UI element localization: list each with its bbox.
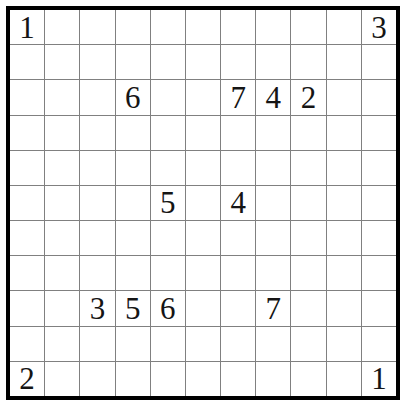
clue-cell-r3c4: 6 (116, 80, 150, 114)
clue-cell-r6c7: 4 (221, 186, 255, 220)
clue-cell-r1c1: 1 (10, 10, 44, 44)
cell-r8c4[interactable] (116, 256, 150, 290)
cell-r2c3[interactable] (80, 45, 114, 79)
cell-r1c10[interactable] (327, 10, 361, 44)
cell-r2c10[interactable] (327, 45, 361, 79)
cell-r4c10[interactable] (327, 116, 361, 150)
cell-r2c6[interactable] (186, 45, 220, 79)
cell-r10c4[interactable] (116, 327, 150, 361)
cell-r10c5[interactable] (151, 327, 185, 361)
cell-r8c2[interactable] (45, 256, 79, 290)
cell-r5c7[interactable] (221, 151, 255, 185)
cell-r7c7[interactable] (221, 221, 255, 255)
cell-r10c3[interactable] (80, 327, 114, 361)
cell-r11c7[interactable] (221, 362, 255, 396)
cell-r1c8[interactable] (256, 10, 290, 44)
cell-r5c11[interactable] (362, 151, 396, 185)
clue-cell-r3c7: 7 (221, 80, 255, 114)
cell-r1c6[interactable] (186, 10, 220, 44)
clue-cell-r11c1: 2 (10, 362, 44, 396)
cell-r8c6[interactable] (186, 256, 220, 290)
cell-r4c9[interactable] (291, 116, 325, 150)
puzzle-board: 13674254356721 (10, 10, 396, 396)
cell-r5c9[interactable] (291, 151, 325, 185)
puzzle-board-frame: 13674254356721 (6, 6, 400, 400)
cell-r1c9[interactable] (291, 10, 325, 44)
cell-r7c9[interactable] (291, 221, 325, 255)
clue-cell-r9c8: 7 (256, 291, 290, 325)
cell-r6c10[interactable] (327, 186, 361, 220)
cell-r8c9[interactable] (291, 256, 325, 290)
cell-r10c1[interactable] (10, 327, 44, 361)
cell-r7c2[interactable] (45, 221, 79, 255)
cell-r10c10[interactable] (327, 327, 361, 361)
cell-r11c4[interactable] (116, 362, 150, 396)
cell-r2c11[interactable] (362, 45, 396, 79)
cell-r8c11[interactable] (362, 256, 396, 290)
cell-r10c2[interactable] (45, 327, 79, 361)
clue-cell-r9c5: 6 (151, 291, 185, 325)
cell-r7c5[interactable] (151, 221, 185, 255)
cell-r7c10[interactable] (327, 221, 361, 255)
cell-r6c9[interactable] (291, 186, 325, 220)
cell-r2c1[interactable] (10, 45, 44, 79)
cell-r7c4[interactable] (116, 221, 150, 255)
cell-r6c8[interactable] (256, 186, 290, 220)
cell-r2c5[interactable] (151, 45, 185, 79)
cell-r5c3[interactable] (80, 151, 114, 185)
cell-r10c8[interactable] (256, 327, 290, 361)
cell-r11c9[interactable] (291, 362, 325, 396)
cell-r9c7[interactable] (221, 291, 255, 325)
cell-r7c1[interactable] (10, 221, 44, 255)
cell-r3c11[interactable] (362, 80, 396, 114)
cell-r4c1[interactable] (10, 116, 44, 150)
cell-r8c8[interactable] (256, 256, 290, 290)
cell-r4c6[interactable] (186, 116, 220, 150)
cell-r5c2[interactable] (45, 151, 79, 185)
cell-r1c4[interactable] (116, 10, 150, 44)
cell-r9c10[interactable] (327, 291, 361, 325)
cell-r2c2[interactable] (45, 45, 79, 79)
cell-r10c7[interactable] (221, 327, 255, 361)
cell-r8c5[interactable] (151, 256, 185, 290)
clue-cell-r3c9: 2 (291, 80, 325, 114)
cell-r8c10[interactable] (327, 256, 361, 290)
cell-r1c2[interactable] (45, 10, 79, 44)
cell-r5c6[interactable] (186, 151, 220, 185)
cell-r9c6[interactable] (186, 291, 220, 325)
cell-r10c11[interactable] (362, 327, 396, 361)
cell-r1c3[interactable] (80, 10, 114, 44)
cell-r11c8[interactable] (256, 362, 290, 396)
cell-r10c9[interactable] (291, 327, 325, 361)
cell-r5c4[interactable] (116, 151, 150, 185)
cell-r4c5[interactable] (151, 116, 185, 150)
cell-r4c3[interactable] (80, 116, 114, 150)
cell-r8c7[interactable] (221, 256, 255, 290)
cell-r2c9[interactable] (291, 45, 325, 79)
cell-r4c2[interactable] (45, 116, 79, 150)
cell-r7c6[interactable] (186, 221, 220, 255)
cell-r11c5[interactable] (151, 362, 185, 396)
cell-r2c4[interactable] (116, 45, 150, 79)
cell-r3c3[interactable] (80, 80, 114, 114)
cell-r1c5[interactable] (151, 10, 185, 44)
cell-r9c11[interactable] (362, 291, 396, 325)
cell-r3c10[interactable] (327, 80, 361, 114)
cell-r7c8[interactable] (256, 221, 290, 255)
cell-r10c6[interactable] (186, 327, 220, 361)
cell-r8c3[interactable] (80, 256, 114, 290)
cell-r5c10[interactable] (327, 151, 361, 185)
cell-r11c6[interactable] (186, 362, 220, 396)
cell-r6c1[interactable] (10, 186, 44, 220)
cell-r5c1[interactable] (10, 151, 44, 185)
cell-r2c7[interactable] (221, 45, 255, 79)
cell-r9c1[interactable] (10, 291, 44, 325)
cell-r7c3[interactable] (80, 221, 114, 255)
cell-r3c6[interactable] (186, 80, 220, 114)
clue-cell-r6c5: 5 (151, 186, 185, 220)
cell-r6c3[interactable] (80, 186, 114, 220)
cell-r6c2[interactable] (45, 186, 79, 220)
cell-r11c2[interactable] (45, 362, 79, 396)
cell-r4c4[interactable] (116, 116, 150, 150)
clue-cell-r9c4: 5 (116, 291, 150, 325)
cell-r4c8[interactable] (256, 116, 290, 150)
cell-r3c2[interactable] (45, 80, 79, 114)
cell-r5c8[interactable] (256, 151, 290, 185)
clue-cell-r3c8: 4 (256, 80, 290, 114)
clue-cell-r9c3: 3 (80, 291, 114, 325)
cell-r6c4[interactable] (116, 186, 150, 220)
cell-r3c1[interactable] (10, 80, 44, 114)
cell-r1c7[interactable] (221, 10, 255, 44)
cell-r6c6[interactable] (186, 186, 220, 220)
clue-cell-r1c11: 3 (362, 10, 396, 44)
cell-r9c2[interactable] (45, 291, 79, 325)
cell-r5c5[interactable] (151, 151, 185, 185)
cell-r4c11[interactable] (362, 116, 396, 150)
cell-r9c9[interactable] (291, 291, 325, 325)
clue-cell-r11c11: 1 (362, 362, 396, 396)
cell-r11c3[interactable] (80, 362, 114, 396)
cell-r8c1[interactable] (10, 256, 44, 290)
cell-r11c10[interactable] (327, 362, 361, 396)
cell-r2c8[interactable] (256, 45, 290, 79)
cell-r4c7[interactable] (221, 116, 255, 150)
cell-r6c11[interactable] (362, 186, 396, 220)
cell-r3c5[interactable] (151, 80, 185, 114)
cell-r7c11[interactable] (362, 221, 396, 255)
